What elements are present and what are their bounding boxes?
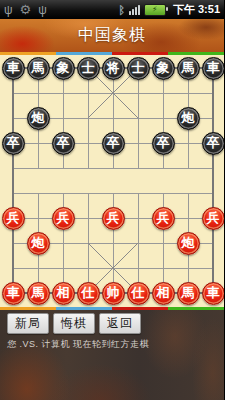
board-cell[interactable] xyxy=(51,231,76,256)
board-cell[interactable] xyxy=(151,106,176,131)
board-cell[interactable] xyxy=(1,156,26,181)
board-cell[interactable]: 兵 xyxy=(1,206,26,231)
undo-button[interactable]: 悔棋 xyxy=(53,313,95,334)
board-cell[interactable] xyxy=(1,181,26,206)
black-piece[interactable]: 卒 xyxy=(52,132,75,155)
black-piece[interactable]: 馬 xyxy=(27,57,50,80)
board-cell[interactable] xyxy=(76,131,101,156)
board-cell[interactable] xyxy=(201,81,225,106)
app-title: 中国象棋 xyxy=(78,25,146,46)
board-cell[interactable] xyxy=(51,181,76,206)
red-piece[interactable]: 炮 xyxy=(177,232,200,255)
board-cell[interactable] xyxy=(51,156,76,181)
xiangqi-board: 車馬象士将士象馬車炮炮卒卒卒卒卒兵兵兵兵兵炮炮車馬相仕帅仕相馬車 xyxy=(0,55,224,307)
board-cell[interactable] xyxy=(101,106,126,131)
board-cell[interactable]: 士 xyxy=(126,56,151,81)
board-cell[interactable] xyxy=(76,206,101,231)
red-piece[interactable]: 兵 xyxy=(152,207,175,230)
red-piece[interactable]: 兵 xyxy=(52,207,75,230)
red-piece[interactable]: 兵 xyxy=(102,207,125,230)
red-piece[interactable]: 兵 xyxy=(2,207,25,230)
button-row: 新局 悔棋 返回 xyxy=(7,313,141,334)
black-piece[interactable]: 象 xyxy=(152,57,175,80)
app-screen: ψ ⚙ ψ ᛒ ⚡ 下午 3:51 中国象棋 車馬象士将士象馬車 xyxy=(0,0,224,400)
black-piece[interactable]: 卒 xyxy=(102,132,125,155)
board-cell[interactable] xyxy=(76,231,101,256)
black-piece[interactable]: 将 xyxy=(102,57,125,80)
board-cell[interactable] xyxy=(26,81,51,106)
black-piece[interactable]: 炮 xyxy=(177,107,200,130)
board-cell[interactable]: 相 xyxy=(151,281,176,306)
board-cell[interactable] xyxy=(101,81,126,106)
board-cell[interactable] xyxy=(126,156,151,181)
board-cell[interactable] xyxy=(51,256,76,281)
board-cell[interactable] xyxy=(76,256,101,281)
red-piece[interactable]: 車 xyxy=(202,282,225,305)
board-cell[interactable]: 象 xyxy=(51,56,76,81)
board-cell[interactable] xyxy=(201,231,225,256)
black-piece[interactable]: 卒 xyxy=(2,132,25,155)
board-cell[interactable]: 馬 xyxy=(176,281,201,306)
board-cell[interactable]: 炮 xyxy=(26,106,51,131)
board-cell[interactable] xyxy=(201,106,225,131)
board-cell[interactable]: 卒 xyxy=(51,131,76,156)
board-cell[interactable]: 車 xyxy=(1,56,26,81)
black-piece[interactable]: 卒 xyxy=(202,132,225,155)
board-cell[interactable]: 仕 xyxy=(126,281,151,306)
signal-bars-icon xyxy=(129,4,140,15)
board-cell[interactable]: 車 xyxy=(201,56,225,81)
board-cell[interactable] xyxy=(126,131,151,156)
board-cell[interactable]: 象 xyxy=(151,56,176,81)
board-cell[interactable] xyxy=(126,256,151,281)
board-cell[interactable] xyxy=(1,256,26,281)
board-cell[interactable] xyxy=(26,206,51,231)
board-cell[interactable]: 相 xyxy=(51,281,76,306)
board-cell[interactable] xyxy=(26,131,51,156)
black-piece[interactable]: 士 xyxy=(127,57,150,80)
game-status-text: 您 .VS. 计算机 现在轮到红方走棋 xyxy=(7,338,149,351)
board-cell[interactable] xyxy=(26,181,51,206)
status-bar: ψ ⚙ ψ ᛒ ⚡ 下午 3:51 xyxy=(0,0,224,19)
board-cell[interactable] xyxy=(176,81,201,106)
red-piece[interactable]: 相 xyxy=(152,282,175,305)
board-cell[interactable] xyxy=(176,206,201,231)
board-cell[interactable]: 卒 xyxy=(201,131,225,156)
board-cell[interactable] xyxy=(176,131,201,156)
black-piece[interactable]: 車 xyxy=(202,57,225,80)
board-cell[interactable] xyxy=(126,106,151,131)
board-cell[interactable]: 兵 xyxy=(151,206,176,231)
board-cell[interactable] xyxy=(76,181,101,206)
board-cell[interactable] xyxy=(151,181,176,206)
usb-icon: ψ xyxy=(4,4,13,16)
title-bar: 中国象棋 xyxy=(0,19,224,52)
control-panel: 新局 悔棋 返回 您 .VS. 计算机 现在轮到红方走棋 xyxy=(0,310,224,400)
board-cell[interactable] xyxy=(126,206,151,231)
board-cell[interactable]: 車 xyxy=(201,281,225,306)
board-cell[interactable] xyxy=(176,256,201,281)
board-cell[interactable]: 馬 xyxy=(26,56,51,81)
board-cell[interactable] xyxy=(101,256,126,281)
board-cell[interactable] xyxy=(151,156,176,181)
red-piece[interactable]: 炮 xyxy=(27,232,50,255)
board-cell[interactable] xyxy=(76,81,101,106)
black-piece[interactable]: 馬 xyxy=(177,57,200,80)
red-piece[interactable]: 仕 xyxy=(77,282,100,305)
clock-text: 下午 3:51 xyxy=(173,2,220,17)
board-cell[interactable] xyxy=(201,256,225,281)
board-cell[interactable]: 炮 xyxy=(26,231,51,256)
board-cell[interactable] xyxy=(126,81,151,106)
board-cell[interactable] xyxy=(101,231,126,256)
gear-icon: ⚙ xyxy=(20,4,32,16)
board-cell[interactable] xyxy=(51,106,76,131)
battery-charging-icon: ⚡ xyxy=(144,4,166,16)
board-cell[interactable] xyxy=(76,156,101,181)
board-cell[interactable]: 卒 xyxy=(1,131,26,156)
board-cell[interactable]: 将 xyxy=(101,56,126,81)
back-button[interactable]: 返回 xyxy=(99,313,141,334)
board-cell[interactable] xyxy=(126,181,151,206)
board-cell[interactable]: 卒 xyxy=(101,131,126,156)
board-cell[interactable]: 車 xyxy=(1,281,26,306)
red-piece[interactable]: 馬 xyxy=(27,282,50,305)
board-cell[interactable] xyxy=(126,231,151,256)
board-cell[interactable]: 士 xyxy=(76,56,101,81)
board-cell[interactable] xyxy=(1,81,26,106)
bluetooth-icon: ᛒ xyxy=(118,4,125,16)
red-piece[interactable]: 馬 xyxy=(177,282,200,305)
board-cell[interactable]: 炮 xyxy=(176,231,201,256)
board-cell[interactable]: 兵 xyxy=(201,206,225,231)
board-cell[interactable]: 炮 xyxy=(176,106,201,131)
new-game-button[interactable]: 新局 xyxy=(7,313,49,334)
board-cell[interactable] xyxy=(201,181,225,206)
black-piece[interactable]: 士 xyxy=(77,57,100,80)
board-cell[interactable] xyxy=(151,231,176,256)
red-piece[interactable]: 相 xyxy=(52,282,75,305)
black-piece[interactable]: 炮 xyxy=(27,107,50,130)
board-cell[interactable] xyxy=(151,256,176,281)
black-piece[interactable]: 車 xyxy=(2,57,25,80)
board-cell[interactable]: 卒 xyxy=(151,131,176,156)
board-cell[interactable] xyxy=(151,81,176,106)
board-cell[interactable] xyxy=(101,181,126,206)
board-cell[interactable] xyxy=(176,156,201,181)
board-cell[interactable] xyxy=(1,231,26,256)
board-cell[interactable]: 帅 xyxy=(101,281,126,306)
red-piece[interactable]: 兵 xyxy=(202,207,225,230)
black-piece[interactable]: 象 xyxy=(52,57,75,80)
board-cell[interactable] xyxy=(176,181,201,206)
board-cell[interactable] xyxy=(101,156,126,181)
board-cell[interactable]: 馬 xyxy=(176,56,201,81)
board-cell[interactable]: 馬 xyxy=(26,281,51,306)
board-cell[interactable]: 仕 xyxy=(76,281,101,306)
board-cell[interactable] xyxy=(76,106,101,131)
red-piece[interactable]: 帅 xyxy=(102,282,125,305)
board-cell[interactable] xyxy=(26,156,51,181)
board-cell[interactable] xyxy=(26,256,51,281)
board-cell[interactable] xyxy=(51,81,76,106)
piece-grid: 車馬象士将士象馬車炮炮卒卒卒卒卒兵兵兵兵兵炮炮車馬相仕帅仕相馬車 xyxy=(1,56,225,306)
board-cell[interactable]: 兵 xyxy=(101,206,126,231)
red-piece[interactable]: 車 xyxy=(2,282,25,305)
usb-icon: ψ xyxy=(38,4,47,16)
red-piece[interactable]: 仕 xyxy=(127,282,150,305)
board-cell[interactable]: 兵 xyxy=(51,206,76,231)
board-cell[interactable] xyxy=(201,156,225,181)
black-piece[interactable]: 卒 xyxy=(152,132,175,155)
board-cell[interactable] xyxy=(1,106,26,131)
